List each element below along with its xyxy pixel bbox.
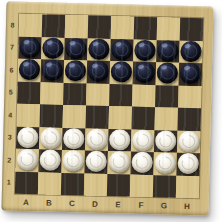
white-checker-d2[interactable] [85, 151, 107, 173]
file-label-a: A [14, 194, 37, 212]
rank-label-4: 4 [4, 103, 18, 126]
square-b5[interactable] [40, 82, 64, 105]
file-label-b: B [37, 194, 60, 212]
square-d4[interactable] [86, 105, 110, 128]
black-checker-d7[interactable] [88, 38, 110, 60]
square-e6[interactable] [110, 61, 134, 84]
rank-label-7: 7 [5, 36, 19, 59]
square-c5[interactable] [63, 82, 87, 105]
square-g8[interactable] [157, 17, 181, 40]
white-checker-b3[interactable] [40, 127, 62, 149]
black-checker-g6[interactable] [157, 62, 179, 84]
white-checker-g3[interactable] [155, 130, 177, 152]
square-e1[interactable] [107, 174, 131, 197]
square-d3[interactable] [85, 128, 109, 151]
square-e5[interactable] [109, 84, 133, 107]
black-checker-h7[interactable] [180, 41, 202, 63]
square-d1[interactable] [84, 173, 108, 196]
square-c7[interactable] [64, 37, 88, 60]
square-b4[interactable] [40, 104, 64, 127]
square-c1[interactable] [61, 172, 85, 195]
file-label-f: F [129, 197, 152, 215]
black-checker-c6[interactable] [65, 60, 87, 82]
rank-label-8: 8 [6, 13, 20, 36]
white-checker-e3[interactable] [109, 129, 131, 151]
black-checker-h6[interactable] [180, 63, 202, 85]
white-checker-f2[interactable] [131, 152, 153, 174]
file-label-g: G [152, 197, 175, 215]
square-d8[interactable] [88, 16, 112, 39]
file-label-c: C [60, 195, 83, 213]
square-f7[interactable] [133, 39, 157, 62]
black-checker-b7[interactable] [42, 37, 64, 59]
square-a2[interactable] [15, 149, 39, 172]
square-h2[interactable] [176, 153, 200, 176]
white-checker-h3[interactable] [178, 130, 200, 152]
square-a3[interactable] [16, 126, 40, 149]
square-h6[interactable] [179, 63, 203, 86]
square-a8[interactable] [19, 14, 43, 37]
white-checker-e2[interactable] [108, 151, 130, 173]
square-h4[interactable] [177, 108, 201, 131]
board-grid [15, 14, 203, 198]
file-label-h: H [175, 198, 198, 216]
square-a4[interactable] [17, 104, 41, 127]
square-d2[interactable] [84, 150, 108, 173]
square-c3[interactable] [62, 127, 86, 150]
square-f3[interactable] [131, 129, 155, 152]
photo-canvas: 87654321 ABCDEFGH [0, 0, 222, 222]
square-g2[interactable] [153, 152, 177, 175]
square-b3[interactable] [39, 127, 63, 150]
square-f5[interactable] [132, 84, 156, 107]
white-checker-a2[interactable] [16, 149, 38, 171]
white-checker-a3[interactable] [17, 127, 39, 149]
black-checker-a6[interactable] [19, 59, 41, 81]
file-label-d: D [83, 195, 106, 213]
file-label-e: E [106, 196, 129, 214]
square-g1[interactable] [153, 175, 177, 198]
square-a5[interactable] [17, 81, 41, 104]
rank-label-3: 3 [3, 126, 17, 149]
square-a6[interactable] [18, 59, 42, 82]
white-checker-d3[interactable] [86, 128, 108, 150]
white-checker-c3[interactable] [63, 128, 85, 150]
square-g7[interactable] [156, 40, 180, 63]
black-checker-d6[interactable] [88, 61, 110, 83]
rank-label-6: 6 [5, 58, 19, 81]
white-checker-f3[interactable] [132, 129, 154, 151]
square-e7[interactable] [110, 39, 134, 62]
square-b6[interactable] [41, 59, 65, 82]
white-checker-c2[interactable] [62, 150, 84, 172]
square-g6[interactable] [156, 62, 180, 85]
square-d6[interactable] [87, 60, 111, 83]
square-g3[interactable] [154, 130, 178, 153]
square-h3[interactable] [177, 130, 201, 153]
rank-label-1: 1 [2, 171, 16, 194]
rank-label-5: 5 [4, 81, 18, 104]
black-checker-f6[interactable] [134, 62, 156, 84]
square-f1[interactable] [130, 174, 154, 197]
square-c4[interactable] [63, 105, 87, 128]
square-f8[interactable] [134, 17, 158, 40]
square-f2[interactable] [130, 152, 154, 175]
square-c6[interactable] [64, 60, 88, 83]
square-e4[interactable] [109, 106, 133, 129]
black-checker-f7[interactable] [134, 39, 156, 61]
square-g4[interactable] [154, 107, 178, 130]
square-e2[interactable] [107, 151, 131, 174]
white-checker-g2[interactable] [154, 152, 176, 174]
square-a7[interactable] [18, 36, 42, 59]
black-checker-a7[interactable] [19, 37, 41, 59]
rank-label-2: 2 [2, 148, 16, 171]
square-b2[interactable] [38, 149, 62, 172]
square-b8[interactable] [42, 14, 66, 37]
square-b1[interactable] [38, 172, 62, 195]
square-b7[interactable] [41, 37, 65, 60]
square-h1[interactable] [176, 175, 200, 198]
square-a1[interactable] [15, 171, 39, 194]
black-checker-b6[interactable] [42, 60, 64, 82]
square-d7[interactable] [87, 38, 111, 61]
square-e8[interactable] [111, 16, 135, 39]
square-f4[interactable] [132, 107, 156, 130]
white-checker-h2[interactable] [177, 153, 199, 175]
square-d5[interactable] [86, 83, 110, 106]
square-h5[interactable] [178, 85, 202, 108]
black-checker-c7[interactable] [65, 38, 87, 60]
black-checker-e7[interactable] [111, 39, 133, 61]
white-checker-b2[interactable] [39, 150, 61, 172]
square-e3[interactable] [108, 129, 132, 152]
chessboard: 87654321 ABCDEFGH [1, 2, 213, 216]
square-g5[interactable] [155, 85, 179, 108]
square-c2[interactable] [61, 150, 85, 173]
square-h7[interactable] [179, 40, 203, 63]
square-h8[interactable] [180, 18, 204, 41]
black-checker-g7[interactable] [157, 40, 179, 62]
black-checker-e6[interactable] [111, 61, 133, 83]
square-c8[interactable] [65, 15, 89, 38]
square-f6[interactable] [133, 62, 157, 85]
